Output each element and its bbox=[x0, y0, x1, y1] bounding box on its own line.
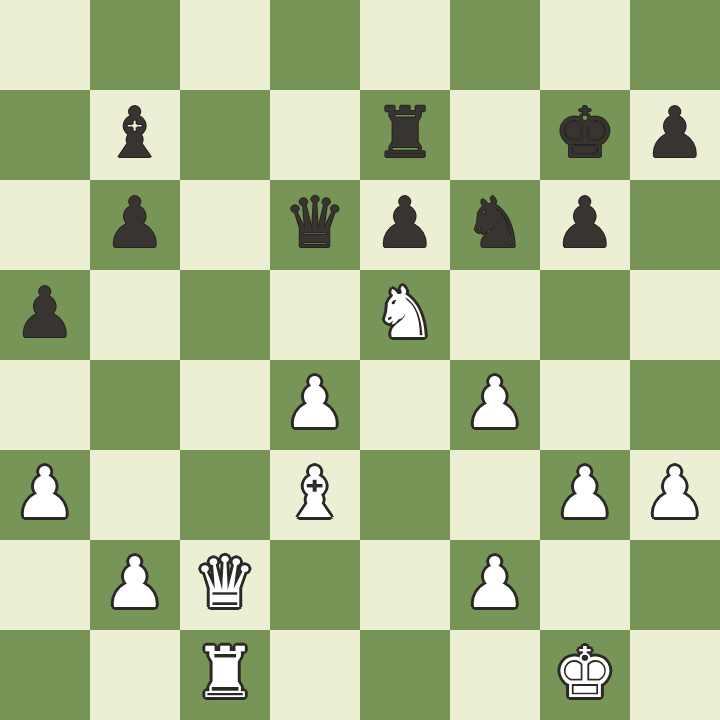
piece-black-pawn[interactable]: ♟ bbox=[644, 98, 707, 168]
square-c2[interactable]: ♛ bbox=[180, 540, 270, 630]
square-e4[interactable] bbox=[360, 360, 450, 450]
piece-white-king[interactable]: ♚ bbox=[554, 638, 617, 708]
square-g7[interactable]: ♚ bbox=[540, 90, 630, 180]
square-f6[interactable]: ♞ bbox=[450, 180, 540, 270]
square-c8[interactable] bbox=[180, 0, 270, 90]
chess-board: ♝♜♚♟♟♛♟♞♟♟♞♟♟♟♝♟♟♟♛♟♜♚ bbox=[0, 0, 720, 720]
square-f5[interactable] bbox=[450, 270, 540, 360]
square-c6[interactable] bbox=[180, 180, 270, 270]
square-b6[interactable]: ♟ bbox=[90, 180, 180, 270]
square-b3[interactable] bbox=[90, 450, 180, 540]
square-f4[interactable]: ♟ bbox=[450, 360, 540, 450]
square-g1[interactable]: ♚ bbox=[540, 630, 630, 720]
square-g2[interactable] bbox=[540, 540, 630, 630]
square-a3[interactable]: ♟ bbox=[0, 450, 90, 540]
piece-black-pawn[interactable]: ♟ bbox=[374, 188, 437, 258]
piece-white-pawn[interactable]: ♟ bbox=[284, 368, 347, 438]
square-c3[interactable] bbox=[180, 450, 270, 540]
square-e1[interactable] bbox=[360, 630, 450, 720]
piece-white-pawn[interactable]: ♟ bbox=[464, 368, 527, 438]
square-d8[interactable] bbox=[270, 0, 360, 90]
square-c7[interactable] bbox=[180, 90, 270, 180]
square-d1[interactable] bbox=[270, 630, 360, 720]
square-g6[interactable]: ♟ bbox=[540, 180, 630, 270]
square-e3[interactable] bbox=[360, 450, 450, 540]
square-c1[interactable]: ♜ bbox=[180, 630, 270, 720]
piece-white-pawn[interactable]: ♟ bbox=[464, 548, 527, 618]
square-e5[interactable]: ♞ bbox=[360, 270, 450, 360]
piece-white-pawn[interactable]: ♟ bbox=[644, 458, 707, 528]
square-a1[interactable] bbox=[0, 630, 90, 720]
square-g5[interactable] bbox=[540, 270, 630, 360]
square-d2[interactable] bbox=[270, 540, 360, 630]
square-d5[interactable] bbox=[270, 270, 360, 360]
square-g8[interactable] bbox=[540, 0, 630, 90]
piece-black-queen[interactable]: ♛ bbox=[284, 188, 347, 258]
square-d7[interactable] bbox=[270, 90, 360, 180]
piece-black-bishop[interactable]: ♝ bbox=[104, 98, 167, 168]
square-b2[interactable]: ♟ bbox=[90, 540, 180, 630]
square-e6[interactable]: ♟ bbox=[360, 180, 450, 270]
square-h1[interactable] bbox=[630, 630, 720, 720]
piece-black-king[interactable]: ♚ bbox=[554, 98, 617, 168]
square-c5[interactable] bbox=[180, 270, 270, 360]
piece-white-bishop[interactable]: ♝ bbox=[284, 458, 347, 528]
square-a5[interactable]: ♟ bbox=[0, 270, 90, 360]
square-h8[interactable] bbox=[630, 0, 720, 90]
square-d4[interactable]: ♟ bbox=[270, 360, 360, 450]
square-c4[interactable] bbox=[180, 360, 270, 450]
square-b5[interactable] bbox=[90, 270, 180, 360]
square-b8[interactable] bbox=[90, 0, 180, 90]
square-e8[interactable] bbox=[360, 0, 450, 90]
piece-white-pawn[interactable]: ♟ bbox=[554, 458, 617, 528]
square-f7[interactable] bbox=[450, 90, 540, 180]
piece-white-knight[interactable]: ♞ bbox=[374, 278, 437, 348]
square-g3[interactable]: ♟ bbox=[540, 450, 630, 540]
square-a4[interactable] bbox=[0, 360, 90, 450]
square-a6[interactable] bbox=[0, 180, 90, 270]
piece-white-pawn[interactable]: ♟ bbox=[14, 458, 77, 528]
square-d6[interactable]: ♛ bbox=[270, 180, 360, 270]
square-e7[interactable]: ♜ bbox=[360, 90, 450, 180]
square-f3[interactable] bbox=[450, 450, 540, 540]
square-h2[interactable] bbox=[630, 540, 720, 630]
piece-black-knight[interactable]: ♞ bbox=[464, 188, 527, 258]
square-f8[interactable] bbox=[450, 0, 540, 90]
square-h6[interactable] bbox=[630, 180, 720, 270]
piece-black-pawn[interactable]: ♟ bbox=[104, 188, 167, 258]
square-a8[interactable] bbox=[0, 0, 90, 90]
square-a7[interactable] bbox=[0, 90, 90, 180]
chess-board-container: ♝♜♚♟♟♛♟♞♟♟♞♟♟♟♝♟♟♟♛♟♜♚ bbox=[0, 0, 720, 720]
square-b1[interactable] bbox=[90, 630, 180, 720]
square-b7[interactable]: ♝ bbox=[90, 90, 180, 180]
square-a2[interactable] bbox=[0, 540, 90, 630]
square-h5[interactable] bbox=[630, 270, 720, 360]
square-e2[interactable] bbox=[360, 540, 450, 630]
square-d3[interactable]: ♝ bbox=[270, 450, 360, 540]
piece-black-pawn[interactable]: ♟ bbox=[14, 278, 77, 348]
piece-white-rook[interactable]: ♜ bbox=[194, 638, 257, 708]
square-h4[interactable] bbox=[630, 360, 720, 450]
square-h7[interactable]: ♟ bbox=[630, 90, 720, 180]
piece-black-rook[interactable]: ♜ bbox=[374, 98, 437, 168]
piece-black-pawn[interactable]: ♟ bbox=[554, 188, 617, 258]
square-f1[interactable] bbox=[450, 630, 540, 720]
square-h3[interactable]: ♟ bbox=[630, 450, 720, 540]
square-b4[interactable] bbox=[90, 360, 180, 450]
square-f2[interactable]: ♟ bbox=[450, 540, 540, 630]
piece-white-queen[interactable]: ♛ bbox=[194, 548, 257, 618]
square-g4[interactable] bbox=[540, 360, 630, 450]
piece-white-pawn[interactable]: ♟ bbox=[104, 548, 167, 618]
